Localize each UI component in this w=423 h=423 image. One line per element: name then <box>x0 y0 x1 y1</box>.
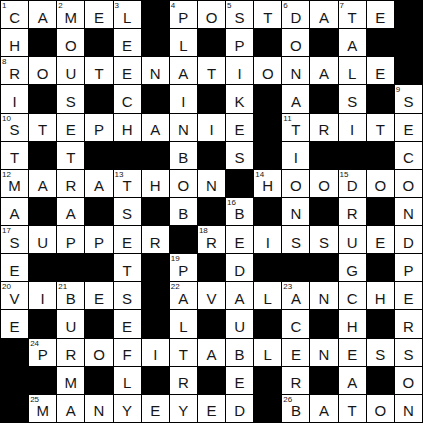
cell-letter: N <box>198 170 225 197</box>
cell-letter: E <box>57 114 84 141</box>
cell-letter: O <box>310 170 337 197</box>
letter-cell[interactable]: E <box>114 310 141 337</box>
cell-letter: P <box>29 339 56 366</box>
letter-cell[interactable]: P <box>226 29 253 56</box>
letter-cell[interactable]: T <box>198 57 225 84</box>
black-cell <box>367 29 394 56</box>
letter-cell[interactable]: S <box>339 85 366 112</box>
letter-cell[interactable]: C <box>114 85 141 112</box>
cell-letter: O <box>198 1 225 28</box>
letter-cell[interactable]: T <box>367 114 394 141</box>
letter-cell[interactable]: Y <box>170 395 197 422</box>
letter-cell[interactable]: A <box>310 57 337 84</box>
black-cell <box>142 254 169 281</box>
letter-cell[interactable]: U <box>226 310 253 337</box>
letter-cell[interactable]: 8R <box>1 57 28 84</box>
cell-letter: S <box>1 114 28 141</box>
letter-cell[interactable]: A <box>57 198 84 225</box>
letter-cell[interactable]: E <box>142 395 169 422</box>
cell-letter: P <box>170 1 197 28</box>
letter-cell[interactable]: E <box>367 1 394 28</box>
black-cell <box>85 85 112 112</box>
black-cell <box>310 198 337 225</box>
cell-letter: A <box>29 1 56 28</box>
cell-letter: V <box>1 282 28 309</box>
black-cell <box>142 367 169 394</box>
cell-letter: F <box>114 339 141 366</box>
letter-cell[interactable]: R <box>339 198 366 225</box>
black-cell <box>395 57 422 84</box>
cell-letter: I <box>142 339 169 366</box>
letter-cell[interactable]: N <box>282 57 309 84</box>
cell-letter: N <box>170 114 197 141</box>
black-cell <box>170 226 197 253</box>
letter-cell[interactable]: A <box>198 339 225 366</box>
letter-cell[interactable]: O <box>170 170 197 197</box>
letter-cell[interactable]: O <box>57 29 84 56</box>
letter-cell[interactable]: O <box>395 367 422 394</box>
letter-cell[interactable]: E <box>1 310 28 337</box>
letter-cell[interactable]: U <box>339 226 366 253</box>
letter-cell[interactable]: 22A <box>170 282 197 309</box>
letter-cell[interactable]: 21B <box>57 282 84 309</box>
letter-cell[interactable]: A <box>339 29 366 56</box>
cell-letter: A <box>339 367 366 394</box>
letter-cell[interactable]: M <box>57 367 84 394</box>
letter-cell[interactable]: S <box>310 226 337 253</box>
letter-cell[interactable]: B <box>170 198 197 225</box>
cell-letter: R <box>339 198 366 225</box>
letter-cell[interactable]: N <box>310 339 337 366</box>
black-cell <box>29 29 56 56</box>
letter-cell[interactable]: 1C <box>1 1 28 28</box>
cell-letter: A <box>310 57 337 84</box>
letter-cell[interactable]: 23A <box>282 282 309 309</box>
black-cell <box>142 198 169 225</box>
letter-cell[interactable]: P <box>57 226 84 253</box>
cell-letter: S <box>282 226 309 253</box>
letter-cell[interactable]: G <box>339 254 366 281</box>
letter-cell[interactable]: 11T <box>282 114 309 141</box>
cell-letter: H <box>114 114 141 141</box>
letter-cell[interactable]: T <box>254 1 281 28</box>
letter-cell[interactable]: I <box>282 142 309 169</box>
black-cell <box>254 142 281 169</box>
cell-letter: T <box>339 395 366 422</box>
letter-cell[interactable]: K <box>226 85 253 112</box>
black-cell <box>367 254 394 281</box>
black-cell <box>85 142 112 169</box>
letter-cell[interactable]: A <box>282 85 309 112</box>
letter-cell[interactable]: I <box>1 85 28 112</box>
cell-letter: T <box>254 1 281 28</box>
cell-letter: E <box>395 114 422 141</box>
cell-letter: Y <box>170 395 197 422</box>
cell-letter: V <box>198 282 225 309</box>
cell-letter: E <box>367 1 394 28</box>
letter-cell[interactable]: T <box>85 57 112 84</box>
cell-letter: O <box>29 57 56 84</box>
cell-letter: D <box>339 170 366 197</box>
cell-letter: A <box>170 57 197 84</box>
letter-cell[interactable]: O <box>282 170 309 197</box>
cell-letter: O <box>395 367 422 394</box>
cell-letter: D <box>395 226 422 253</box>
cell-letter: A <box>310 395 337 422</box>
letter-cell[interactable]: A <box>170 57 197 84</box>
letter-cell[interactable]: S <box>282 226 309 253</box>
letter-cell[interactable]: P <box>85 114 112 141</box>
letter-cell[interactable]: T <box>1 142 28 169</box>
cell-letter: A <box>310 1 337 28</box>
cell-letter: E <box>339 339 366 366</box>
cell-letter: R <box>395 310 422 337</box>
letter-cell[interactable]: A <box>226 282 253 309</box>
letter-cell[interactable]: H <box>339 310 366 337</box>
cell-letter: I <box>29 282 56 309</box>
letter-cell[interactable]: L <box>254 339 281 366</box>
black-cell <box>142 1 169 28</box>
cell-letter: O <box>367 395 394 422</box>
cell-letter: Y <box>114 395 141 422</box>
letter-cell[interactable]: 6D <box>282 1 309 28</box>
cell-letter: T <box>29 114 56 141</box>
cell-letter: E <box>367 226 394 253</box>
letter-cell[interactable]: E <box>367 57 394 84</box>
cell-letter: P <box>57 226 84 253</box>
black-cell <box>114 142 141 169</box>
black-cell <box>254 198 281 225</box>
letter-cell[interactable]: P <box>85 226 112 253</box>
letter-cell[interactable]: E <box>282 339 309 366</box>
cell-letter: D <box>226 395 253 422</box>
black-cell <box>310 310 337 337</box>
letter-cell[interactable]: O <box>310 170 337 197</box>
letter-cell[interactable]: I <box>170 85 197 112</box>
letter-cell[interactable]: 20V <box>1 282 28 309</box>
letter-cell[interactable]: R <box>57 170 84 197</box>
letter-cell[interactable]: R <box>57 339 84 366</box>
letter-cell[interactable]: 15D <box>339 170 366 197</box>
letter-cell[interactable]: D <box>226 395 253 422</box>
letter-cell[interactable]: E <box>198 395 225 422</box>
black-cell <box>226 170 253 197</box>
cell-letter: O <box>85 339 112 366</box>
letter-cell[interactable]: B <box>170 142 197 169</box>
letter-cell[interactable]: 24P <box>29 339 56 366</box>
cell-letter: H <box>339 310 366 337</box>
black-cell <box>142 142 169 169</box>
black-cell <box>254 367 281 394</box>
letter-cell[interactable]: T <box>114 254 141 281</box>
black-cell <box>142 310 169 337</box>
cell-letter: N <box>310 282 337 309</box>
letter-cell[interactable]: N <box>395 198 422 225</box>
black-cell <box>85 367 112 394</box>
cell-letter: S <box>57 85 84 112</box>
letter-cell[interactable]: T <box>170 339 197 366</box>
letter-cell[interactable]: P <box>395 254 422 281</box>
black-cell <box>142 29 169 56</box>
letter-cell[interactable]: I <box>198 114 225 141</box>
cell-letter: P <box>226 29 253 56</box>
letter-cell[interactable]: I <box>339 114 366 141</box>
letter-cell[interactable]: 26B <box>282 395 309 422</box>
letter-cell[interactable]: U <box>57 310 84 337</box>
black-cell <box>282 254 309 281</box>
letter-cell[interactable]: O <box>254 57 281 84</box>
letter-cell[interactable]: N <box>198 170 225 197</box>
cell-letter: S <box>339 85 366 112</box>
cell-letter: B <box>226 339 253 366</box>
letter-cell[interactable]: V <box>198 282 225 309</box>
black-cell <box>310 29 337 56</box>
letter-cell[interactable]: A <box>310 1 337 28</box>
cell-letter: O <box>282 29 309 56</box>
letter-cell[interactable]: E <box>1 254 28 281</box>
cell-letter: S <box>226 142 253 169</box>
cell-letter: H <box>367 282 394 309</box>
cell-letter: M <box>1 170 28 197</box>
letter-cell[interactable]: H <box>1 29 28 56</box>
letter-cell[interactable]: A <box>142 114 169 141</box>
letter-cell[interactable]: R <box>282 367 309 394</box>
letter-cell[interactable]: O <box>29 57 56 84</box>
letter-cell[interactable]: C <box>339 282 366 309</box>
letter-cell[interactable]: B <box>226 339 253 366</box>
letter-cell[interactable]: 25M <box>29 395 56 422</box>
letter-cell[interactable]: I <box>29 282 56 309</box>
black-cell <box>198 85 225 112</box>
letter-cell[interactable]: F <box>114 339 141 366</box>
black-cell <box>339 142 366 169</box>
letter-cell[interactable]: E <box>57 114 84 141</box>
black-cell <box>57 254 84 281</box>
cell-letter: O <box>395 170 422 197</box>
cell-letter: P <box>170 254 197 281</box>
black-cell <box>29 310 56 337</box>
letter-cell[interactable]: S <box>114 198 141 225</box>
letter-cell[interactable]: 4P <box>170 1 197 28</box>
letter-cell[interactable]: L <box>254 282 281 309</box>
letter-cell[interactable]: H <box>142 170 169 197</box>
letter-cell[interactable]: N <box>85 395 112 422</box>
letter-cell[interactable]: 3L <box>114 1 141 28</box>
letter-cell[interactable]: T <box>29 114 56 141</box>
cell-letter: A <box>282 282 309 309</box>
letter-cell[interactable]: S <box>114 282 141 309</box>
letter-cell[interactable]: N <box>170 114 197 141</box>
cell-letter: E <box>142 395 169 422</box>
black-cell <box>142 85 169 112</box>
letter-cell[interactable]: L <box>170 310 197 337</box>
letter-cell[interactable]: O <box>395 170 422 197</box>
black-cell <box>198 310 225 337</box>
letter-cell[interactable]: E <box>395 282 422 309</box>
letter-cell[interactable]: E <box>85 1 112 28</box>
cell-letter: L <box>114 1 141 28</box>
letter-cell[interactable]: C <box>282 310 309 337</box>
letter-cell[interactable]: L <box>339 57 366 84</box>
letter-cell[interactable]: L <box>114 367 141 394</box>
cell-letter: O <box>170 170 197 197</box>
letter-cell[interactable]: U <box>57 57 84 84</box>
cell-letter: S <box>395 339 422 366</box>
cell-letter: C <box>282 310 309 337</box>
letter-cell[interactable]: I <box>142 339 169 366</box>
cell-letter: T <box>282 114 309 141</box>
cell-letter: A <box>57 198 84 225</box>
black-cell <box>254 29 281 56</box>
cell-letter: E <box>1 254 28 281</box>
letter-cell[interactable]: A <box>29 170 56 197</box>
black-cell <box>367 142 394 169</box>
cell-letter: U <box>339 226 366 253</box>
black-cell <box>367 85 394 112</box>
letter-cell[interactable]: S <box>395 339 422 366</box>
letter-cell[interactable]: O <box>282 29 309 56</box>
cell-letter: G <box>339 254 366 281</box>
letter-cell[interactable]: N <box>395 395 422 422</box>
black-cell <box>310 142 337 169</box>
black-cell <box>198 142 225 169</box>
cell-letter: R <box>142 226 169 253</box>
black-cell <box>254 310 281 337</box>
black-cell <box>367 367 394 394</box>
letter-cell[interactable]: A <box>310 395 337 422</box>
black-cell <box>254 254 281 281</box>
cell-letter: E <box>226 114 253 141</box>
letter-cell[interactable]: T <box>57 142 84 169</box>
cell-letter: O <box>254 57 281 84</box>
letter-cell[interactable]: 14H <box>254 170 281 197</box>
letter-cell[interactable]: E <box>395 114 422 141</box>
letter-cell[interactable]: O <box>85 339 112 366</box>
black-cell <box>198 29 225 56</box>
letter-cell[interactable]: O <box>198 1 225 28</box>
letter-cell[interactable]: E <box>114 57 141 84</box>
cell-letter: B <box>282 395 309 422</box>
cell-letter: T <box>170 339 197 366</box>
black-cell <box>367 198 394 225</box>
letter-cell[interactable]: 13T <box>114 170 141 197</box>
letter-cell[interactable]: 9S <box>395 85 422 112</box>
cell-letter: S <box>1 226 28 253</box>
letter-cell[interactable]: R <box>142 226 169 253</box>
letter-cell[interactable]: D <box>226 254 253 281</box>
letter-cell[interactable]: 7T <box>339 1 366 28</box>
letter-cell[interactable]: E <box>114 29 141 56</box>
letter-cell[interactable]: O <box>367 170 394 197</box>
letter-cell[interactable]: N <box>282 198 309 225</box>
letter-cell[interactable]: D <box>395 226 422 253</box>
cell-letter: B <box>170 198 197 225</box>
letter-cell[interactable]: 19P <box>170 254 197 281</box>
letter-cell[interactable]: H <box>114 114 141 141</box>
letter-cell[interactable]: E <box>339 339 366 366</box>
letter-cell[interactable]: S <box>226 142 253 169</box>
cell-letter: A <box>29 170 56 197</box>
cell-letter: N <box>310 339 337 366</box>
cell-letter: B <box>57 282 84 309</box>
letter-cell[interactable]: I <box>254 226 281 253</box>
letter-cell[interactable]: A <box>57 395 84 422</box>
letter-cell[interactable]: S <box>367 339 394 366</box>
letter-cell[interactable]: E <box>226 226 253 253</box>
letter-cell[interactable]: S <box>57 85 84 112</box>
letter-cell[interactable]: N <box>310 282 337 309</box>
letter-cell[interactable]: R <box>310 114 337 141</box>
cell-letter: N <box>85 395 112 422</box>
cell-letter: O <box>367 170 394 197</box>
letter-cell[interactable]: A <box>339 367 366 394</box>
letter-cell[interactable]: R <box>395 310 422 337</box>
cell-letter: B <box>226 198 253 225</box>
letter-cell[interactable]: 10S <box>1 114 28 141</box>
cell-letter: T <box>198 57 225 84</box>
letter-cell[interactable]: 17S <box>1 226 28 253</box>
black-cell <box>198 254 225 281</box>
letter-cell[interactable]: I <box>226 57 253 84</box>
letter-cell[interactable]: E <box>226 114 253 141</box>
letter-cell[interactable]: A <box>29 1 56 28</box>
cell-letter: R <box>310 114 337 141</box>
black-cell <box>1 395 28 422</box>
letter-cell[interactable]: N <box>142 57 169 84</box>
letter-cell[interactable]: A <box>85 170 112 197</box>
cell-letter: I <box>226 57 253 84</box>
letter-cell[interactable]: E <box>114 226 141 253</box>
letter-cell[interactable]: E <box>85 282 112 309</box>
letter-cell[interactable]: E <box>226 367 253 394</box>
letter-cell[interactable]: H <box>367 282 394 309</box>
cell-letter: H <box>1 29 28 56</box>
cell-letter: E <box>226 226 253 253</box>
cell-letter: T <box>57 142 84 169</box>
letter-cell[interactable]: 16B <box>226 198 253 225</box>
cell-letter: M <box>57 367 84 394</box>
cell-letter: C <box>114 85 141 112</box>
cell-letter: E <box>198 395 225 422</box>
black-cell <box>85 29 112 56</box>
cell-letter: A <box>198 339 225 366</box>
cell-letter: S <box>310 226 337 253</box>
letter-cell[interactable]: Y <box>114 395 141 422</box>
letter-cell[interactable]: U <box>29 226 56 253</box>
black-cell <box>310 367 337 394</box>
letter-cell[interactable]: R <box>170 367 197 394</box>
cell-letter: U <box>57 310 84 337</box>
cell-letter: T <box>114 170 141 197</box>
letter-cell[interactable]: C <box>395 142 422 169</box>
black-cell <box>85 198 112 225</box>
cell-letter: A <box>339 29 366 56</box>
cell-letter: E <box>114 29 141 56</box>
cell-letter: T <box>339 1 366 28</box>
cell-letter: R <box>282 367 309 394</box>
letter-cell[interactable]: L <box>170 29 197 56</box>
letter-cell[interactable]: 5S <box>226 1 253 28</box>
cell-letter: P <box>395 254 422 281</box>
letter-cell[interactable]: E <box>367 226 394 253</box>
letter-cell[interactable]: 18R <box>198 226 225 253</box>
letter-cell[interactable]: T <box>339 395 366 422</box>
cell-letter: E <box>1 310 28 337</box>
letter-cell[interactable]: 2M <box>57 1 84 28</box>
letter-cell[interactable]: A <box>1 198 28 225</box>
letter-cell[interactable]: 12M <box>1 170 28 197</box>
letter-cell[interactable]: O <box>367 395 394 422</box>
